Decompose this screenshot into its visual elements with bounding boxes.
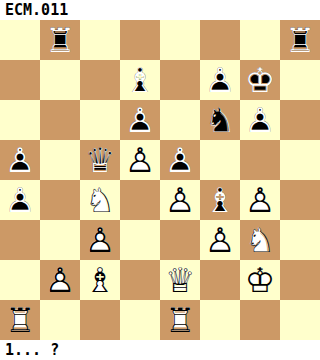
square-a3[interactable] (0, 220, 40, 260)
square-e1[interactable]: ♜♖ (160, 300, 200, 340)
square-b4[interactable] (40, 180, 80, 220)
square-g3[interactable]: ♞♘ (240, 220, 280, 260)
black-queen-icon: ♛♕ (80, 140, 120, 180)
chess-diagram-window: ECM.011 ♜♖♜♖♝♗♟♙♚♔♟♙♞♘♟♙♟♙♛♕♟♙♟♙♟♙♞♘♟♙♝♗… (0, 0, 320, 360)
black-pawn-icon: ♟♙ (160, 140, 200, 180)
white-rook-icon: ♜♖ (160, 300, 200, 340)
move-prompt: 1... ? (5, 340, 59, 360)
square-f6[interactable]: ♞♘ (200, 100, 240, 140)
square-h8[interactable]: ♜♖ (280, 20, 320, 60)
square-b7[interactable] (40, 60, 80, 100)
white-pawn-icon: ♟♙ (240, 180, 280, 220)
square-e2[interactable]: ♛♕ (160, 260, 200, 300)
black-pawn-icon: ♟♙ (120, 100, 160, 140)
square-a8[interactable] (0, 20, 40, 60)
white-knight-icon: ♞♘ (80, 180, 120, 220)
square-c5[interactable]: ♛♕ (80, 140, 120, 180)
square-h2[interactable] (280, 260, 320, 300)
white-rook-icon: ♜♖ (0, 300, 40, 340)
square-f1[interactable] (200, 300, 240, 340)
square-c7[interactable] (80, 60, 120, 100)
square-g2[interactable]: ♚♔ (240, 260, 280, 300)
white-queen-icon: ♛♕ (160, 260, 200, 300)
black-pawn-icon: ♟♙ (200, 60, 240, 100)
white-pawn-icon: ♟♙ (80, 220, 120, 260)
square-g8[interactable] (240, 20, 280, 60)
square-b5[interactable] (40, 140, 80, 180)
black-bishop-icon: ♝♗ (200, 180, 240, 220)
square-d4[interactable] (120, 180, 160, 220)
square-c3[interactable]: ♟♙ (80, 220, 120, 260)
black-bishop-icon: ♝♗ (120, 60, 160, 100)
black-king-icon: ♚♔ (240, 60, 280, 100)
square-h5[interactable] (280, 140, 320, 180)
black-pawn-icon: ♟♙ (240, 100, 280, 140)
square-f8[interactable] (200, 20, 240, 60)
square-a7[interactable] (0, 60, 40, 100)
square-c1[interactable] (80, 300, 120, 340)
square-d5[interactable]: ♟♙ (120, 140, 160, 180)
square-g5[interactable] (240, 140, 280, 180)
square-b3[interactable] (40, 220, 80, 260)
square-b2[interactable]: ♟♙ (40, 260, 80, 300)
square-c6[interactable] (80, 100, 120, 140)
square-g7[interactable]: ♚♔ (240, 60, 280, 100)
square-g4[interactable]: ♟♙ (240, 180, 280, 220)
black-rook-icon: ♜♖ (280, 20, 320, 60)
square-h7[interactable] (280, 60, 320, 100)
square-e3[interactable] (160, 220, 200, 260)
square-f3[interactable]: ♟♙ (200, 220, 240, 260)
chess-board: ♜♖♜♖♝♗♟♙♚♔♟♙♞♘♟♙♟♙♛♕♟♙♟♙♟♙♞♘♟♙♝♗♟♙♟♙♟♙♞♘… (0, 20, 320, 340)
square-e5[interactable]: ♟♙ (160, 140, 200, 180)
square-e4[interactable]: ♟♙ (160, 180, 200, 220)
white-pawn-icon: ♟♙ (200, 220, 240, 260)
square-b1[interactable] (40, 300, 80, 340)
square-f4[interactable]: ♝♗ (200, 180, 240, 220)
square-c2[interactable]: ♝♗ (80, 260, 120, 300)
square-d3[interactable] (120, 220, 160, 260)
square-a5[interactable]: ♟♙ (0, 140, 40, 180)
square-b6[interactable] (40, 100, 80, 140)
square-h1[interactable] (280, 300, 320, 340)
black-knight-icon: ♞♘ (200, 100, 240, 140)
black-rook-icon: ♜♖ (40, 20, 80, 60)
square-h6[interactable] (280, 100, 320, 140)
square-d1[interactable] (120, 300, 160, 340)
square-a6[interactable] (0, 100, 40, 140)
black-pawn-icon: ♟♙ (0, 140, 40, 180)
diagram-title: ECM.011 (5, 0, 68, 20)
square-d2[interactable] (120, 260, 160, 300)
square-c4[interactable]: ♞♘ (80, 180, 120, 220)
white-king-icon: ♚♔ (240, 260, 280, 300)
white-pawn-icon: ♟♙ (160, 180, 200, 220)
square-e6[interactable] (160, 100, 200, 140)
square-a1[interactable]: ♜♖ (0, 300, 40, 340)
square-h3[interactable] (280, 220, 320, 260)
square-b8[interactable]: ♜♖ (40, 20, 80, 60)
white-knight-icon: ♞♘ (240, 220, 280, 260)
white-pawn-icon: ♟♙ (40, 260, 80, 300)
square-a4[interactable]: ♟♙ (0, 180, 40, 220)
square-e8[interactable] (160, 20, 200, 60)
square-f5[interactable] (200, 140, 240, 180)
square-g6[interactable]: ♟♙ (240, 100, 280, 140)
square-d8[interactable] (120, 20, 160, 60)
white-pawn-icon: ♟♙ (120, 140, 160, 180)
square-d7[interactable]: ♝♗ (120, 60, 160, 100)
square-c8[interactable] (80, 20, 120, 60)
square-f7[interactable]: ♟♙ (200, 60, 240, 100)
square-d6[interactable]: ♟♙ (120, 100, 160, 140)
black-pawn-icon: ♟♙ (0, 180, 40, 220)
square-f2[interactable] (200, 260, 240, 300)
square-g1[interactable] (240, 300, 280, 340)
square-a2[interactable] (0, 260, 40, 300)
square-e7[interactable] (160, 60, 200, 100)
square-h4[interactable] (280, 180, 320, 220)
white-bishop-icon: ♝♗ (80, 260, 120, 300)
